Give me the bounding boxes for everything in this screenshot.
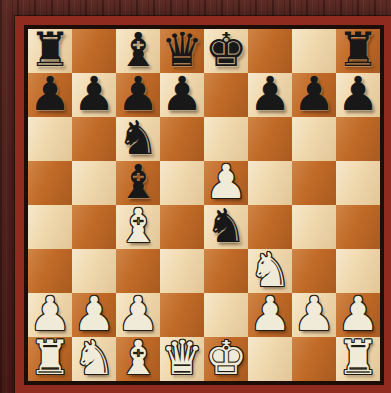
square-g7[interactable]: ♟ (292, 73, 336, 117)
square-f2[interactable]: ♟ (248, 293, 292, 337)
black-knight-e4[interactable]: ♞ (205, 204, 247, 248)
square-g1[interactable] (292, 337, 336, 381)
square-e8[interactable]: ♚ (204, 29, 248, 73)
square-h5[interactable] (336, 161, 380, 205)
square-f1[interactable] (248, 337, 292, 381)
black-pawn-a7[interactable]: ♟ (29, 72, 71, 116)
black-pawn-g7[interactable]: ♟ (293, 72, 335, 116)
square-c1[interactable]: ♝ (116, 337, 160, 381)
white-pawn-f2[interactable]: ♟ (249, 292, 291, 336)
square-b1[interactable]: ♞ (72, 337, 116, 381)
square-a4[interactable] (28, 205, 72, 249)
square-f6[interactable] (248, 117, 292, 161)
white-king-e1[interactable]: ♚ (205, 336, 247, 380)
square-d5[interactable] (160, 161, 204, 205)
square-b6[interactable] (72, 117, 116, 161)
black-king-e8[interactable]: ♚ (205, 28, 247, 72)
chess-board: ♜♝♛♚♜♟♟♟♟♟♟♟♞♝♟♝♞♞♟♟♟♟♟♟♜♞♝♛♚♜ (24, 25, 384, 385)
square-d3[interactable] (160, 249, 204, 293)
white-knight-b1[interactable]: ♞ (73, 336, 115, 380)
square-b5[interactable] (72, 161, 116, 205)
square-h6[interactable] (336, 117, 380, 161)
square-c4[interactable]: ♝ (116, 205, 160, 249)
square-b7[interactable]: ♟ (72, 73, 116, 117)
square-e7[interactable] (204, 73, 248, 117)
square-e1[interactable]: ♚ (204, 337, 248, 381)
white-rook-a1[interactable]: ♜ (29, 336, 71, 380)
black-pawn-b7[interactable]: ♟ (73, 72, 115, 116)
square-a6[interactable] (28, 117, 72, 161)
white-bishop-c1[interactable]: ♝ (117, 336, 159, 380)
square-b4[interactable] (72, 205, 116, 249)
square-h7[interactable]: ♟ (336, 73, 380, 117)
square-f5[interactable] (248, 161, 292, 205)
square-d1[interactable]: ♛ (160, 337, 204, 381)
square-g5[interactable] (292, 161, 336, 205)
square-a7[interactable]: ♟ (28, 73, 72, 117)
square-d6[interactable] (160, 117, 204, 161)
square-d7[interactable]: ♟ (160, 73, 204, 117)
square-h1[interactable]: ♜ (336, 337, 380, 381)
square-d4[interactable] (160, 205, 204, 249)
square-g4[interactable] (292, 205, 336, 249)
square-e4[interactable]: ♞ (204, 205, 248, 249)
square-g2[interactable]: ♟ (292, 293, 336, 337)
square-h4[interactable] (336, 205, 380, 249)
white-bishop-c4[interactable]: ♝ (117, 204, 159, 248)
white-rook-h1[interactable]: ♜ (337, 336, 379, 380)
black-pawn-f7[interactable]: ♟ (249, 72, 291, 116)
square-e3[interactable] (204, 249, 248, 293)
square-f7[interactable]: ♟ (248, 73, 292, 117)
black-pawn-d7[interactable]: ♟ (161, 72, 203, 116)
square-g6[interactable] (292, 117, 336, 161)
square-a5[interactable] (28, 161, 72, 205)
square-a1[interactable]: ♜ (28, 337, 72, 381)
board-frame: ♜♝♛♚♜♟♟♟♟♟♟♟♞♝♟♝♞♞♟♟♟♟♟♟♜♞♝♛♚♜ (0, 0, 391, 393)
white-pawn-g2[interactable]: ♟ (293, 292, 335, 336)
black-pawn-h7[interactable]: ♟ (337, 72, 379, 116)
white-queen-d1[interactable]: ♛ (161, 336, 203, 380)
